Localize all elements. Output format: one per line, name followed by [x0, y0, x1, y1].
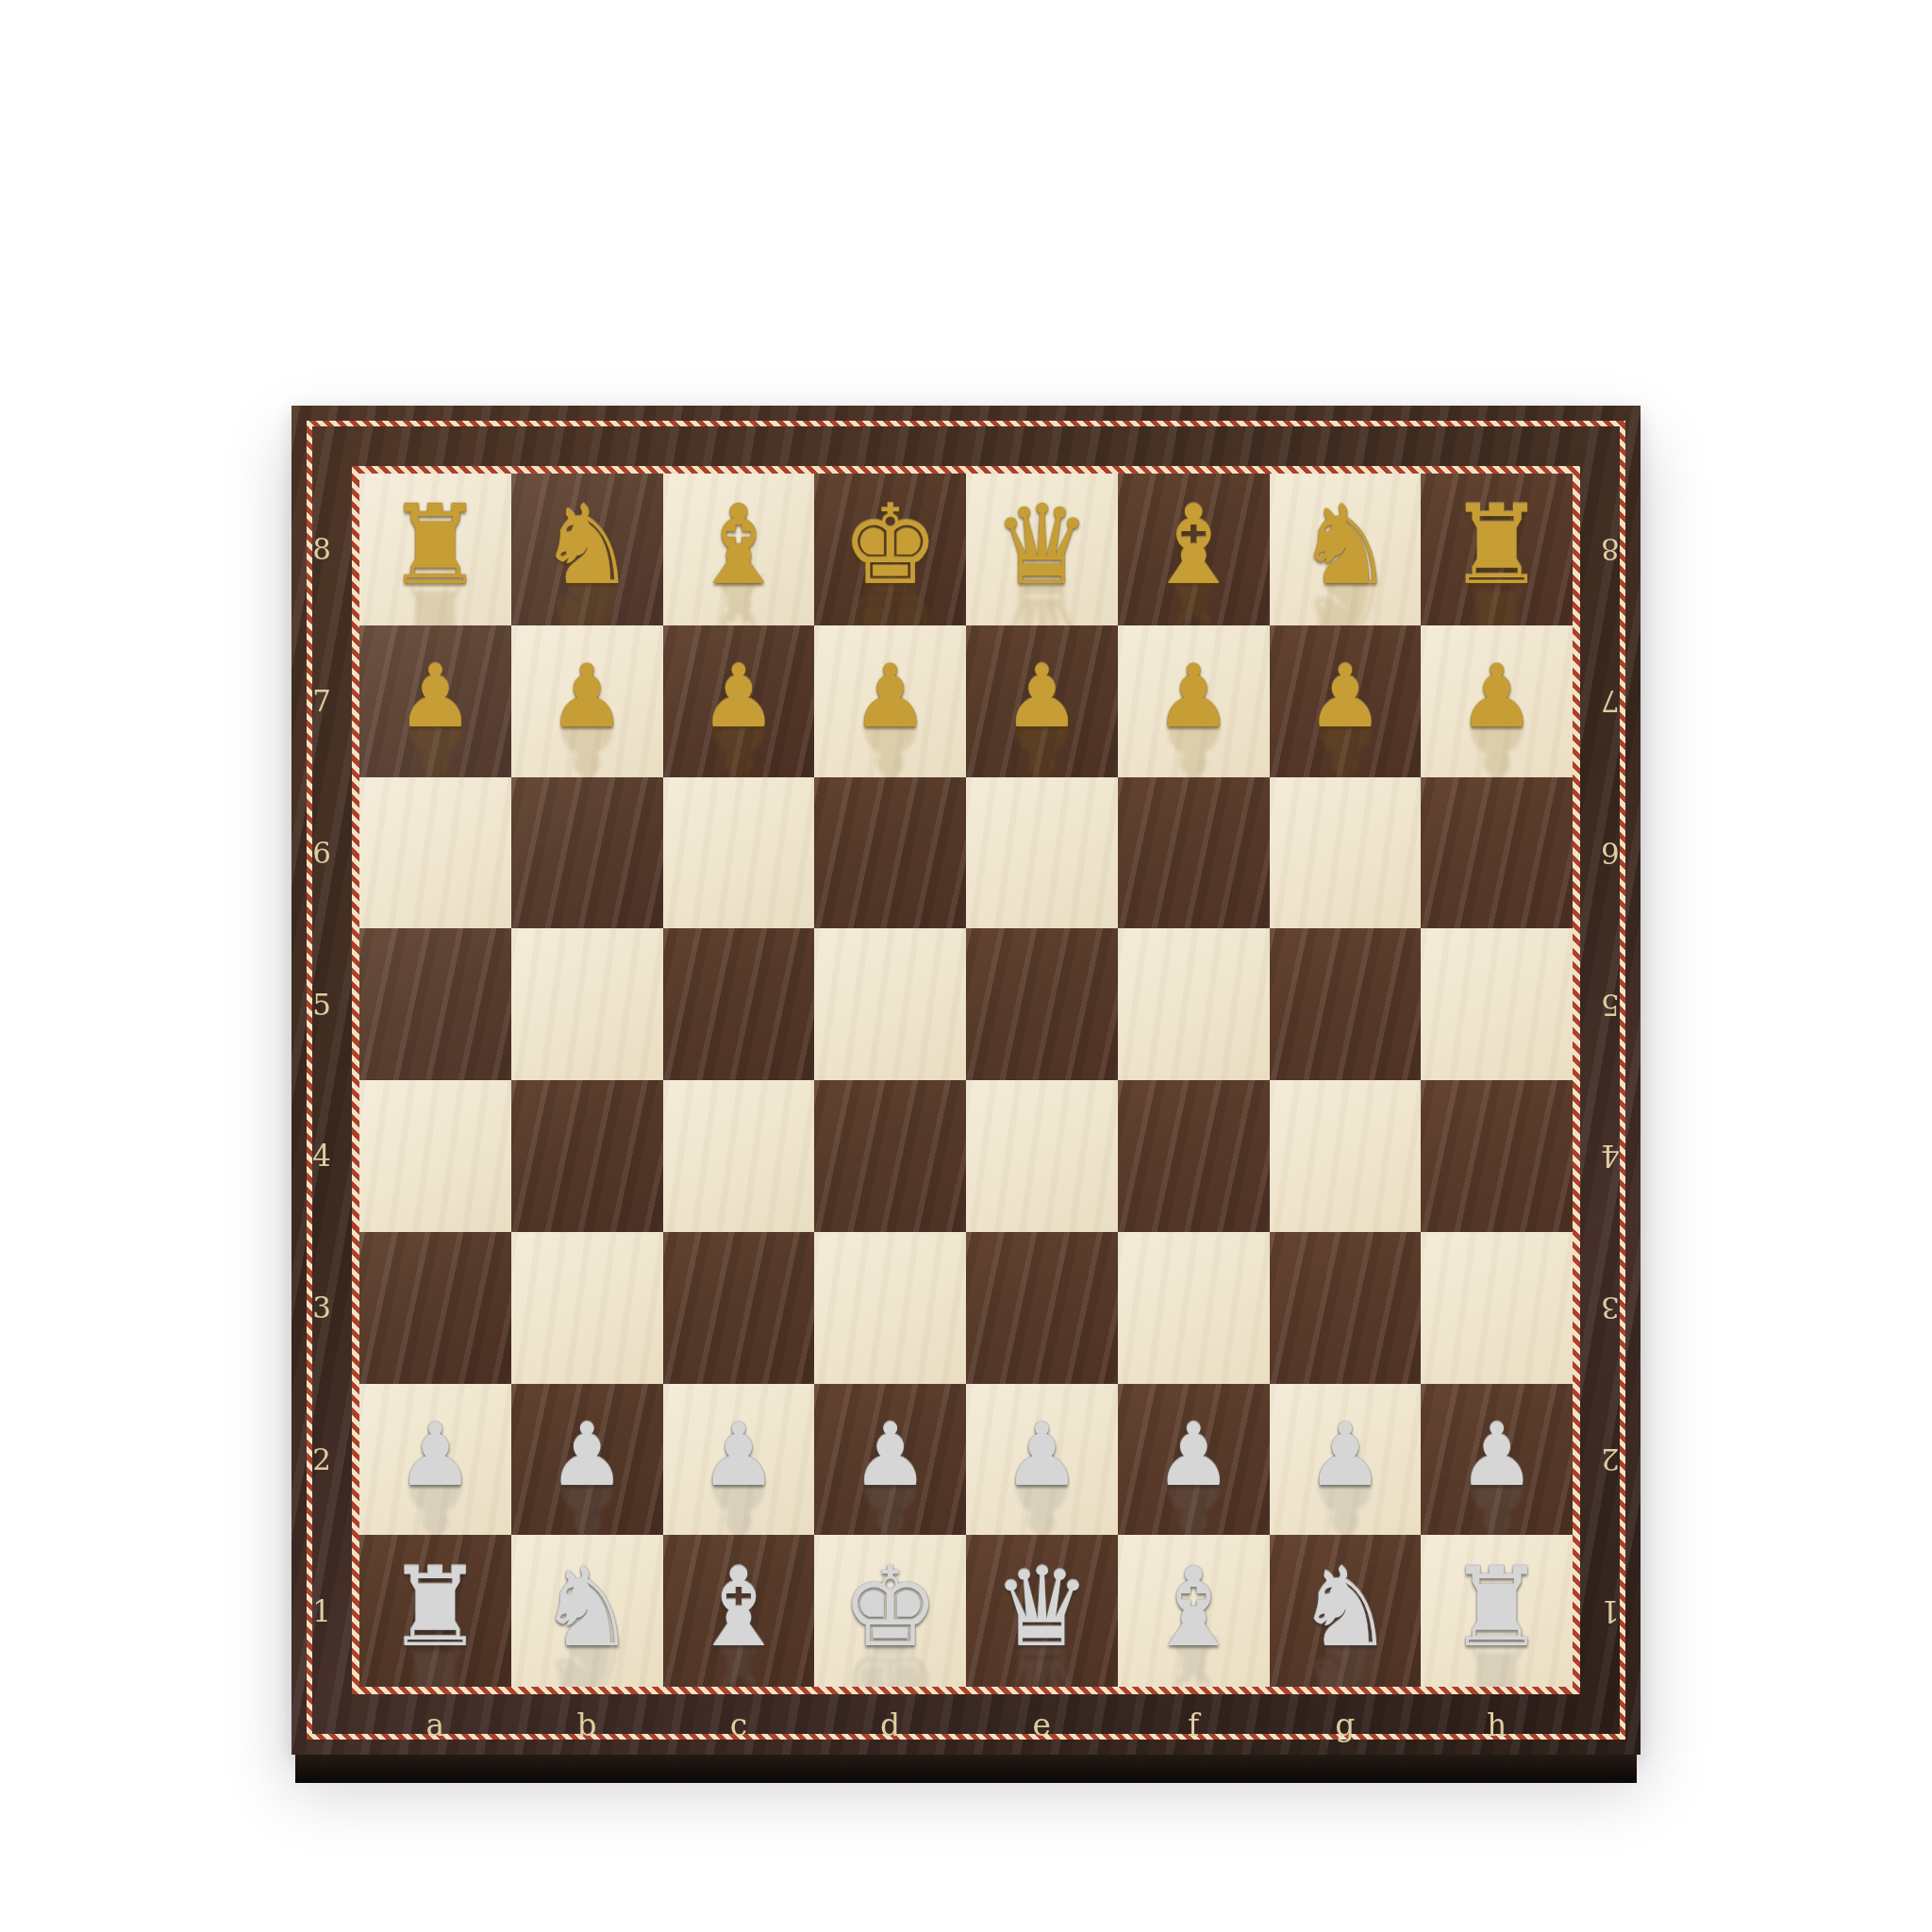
file-label-c: c — [663, 1694, 815, 1755]
square-f4[interactable] — [1118, 1080, 1270, 1232]
square-c3[interactable] — [663, 1232, 815, 1384]
square-b1[interactable]: ♞♞ — [511, 1535, 663, 1687]
piece-wP-a2[interactable]: ♟ — [396, 1412, 474, 1499]
rank-label-left-6: 6 — [291, 777, 352, 929]
piece-wP-h2[interactable]: ♟ — [1457, 1412, 1535, 1499]
piece-wB-c1[interactable]: ♝ — [690, 1553, 788, 1662]
piece-wP-d2[interactable]: ♟ — [851, 1412, 928, 1499]
square-d8[interactable]: ♚♚ — [814, 474, 966, 625]
piece-bP-b7[interactable]: ♟ — [548, 654, 625, 741]
rank-label-right-6: 6 — [1580, 777, 1641, 929]
piece-bB-f8[interactable]: ♝ — [1144, 491, 1242, 600]
square-d3[interactable] — [814, 1232, 966, 1384]
square-h4[interactable] — [1421, 1080, 1573, 1232]
piece-wN-g1[interactable]: ♞ — [1296, 1553, 1394, 1662]
rank-label-left-4: 4 — [291, 1080, 352, 1232]
piece-bP-c7[interactable]: ♟ — [700, 654, 777, 741]
square-a2[interactable]: ♟♟ — [359, 1384, 511, 1536]
rank-labels-right: 87654321 — [1580, 474, 1641, 1687]
square-f2[interactable]: ♟♟ — [1118, 1384, 1270, 1536]
piece-bP-f7[interactable]: ♟ — [1155, 654, 1232, 741]
square-d1[interactable]: ♚♚ — [814, 1535, 966, 1687]
square-b2[interactable]: ♟♟ — [511, 1384, 663, 1536]
square-g5[interactable] — [1270, 928, 1422, 1080]
square-a5[interactable] — [359, 928, 511, 1080]
square-c4[interactable] — [663, 1080, 815, 1232]
rank-label-left-5: 5 — [291, 928, 352, 1080]
piece-bP-a7[interactable]: ♟ — [396, 654, 474, 741]
square-d6[interactable] — [814, 777, 966, 929]
square-b6[interactable] — [511, 777, 663, 929]
square-f1[interactable]: ♝♝ — [1118, 1535, 1270, 1687]
piece-bP-h7[interactable]: ♟ — [1457, 654, 1535, 741]
rank-label-right-4: 4 — [1580, 1080, 1641, 1232]
square-f7[interactable]: ♟♟ — [1118, 625, 1270, 777]
rank-label-right-3: 3 — [1580, 1232, 1641, 1384]
square-e2[interactable]: ♟♟ — [966, 1384, 1118, 1536]
piece-wR-a1[interactable]: ♜ — [386, 1553, 484, 1662]
square-c8[interactable]: ♝♝ — [663, 474, 815, 625]
piece-wP-b2[interactable]: ♟ — [548, 1412, 625, 1499]
square-e4[interactable] — [966, 1080, 1118, 1232]
rank-label-right-1: 1 — [1580, 1535, 1641, 1687]
rank-labels-left: 87654321 — [291, 474, 352, 1687]
file-label-b: b — [511, 1694, 663, 1755]
square-f6[interactable] — [1118, 777, 1270, 929]
square-h7[interactable]: ♟♟ — [1421, 625, 1573, 777]
piece-bK-d8[interactable]: ♚ — [841, 491, 940, 600]
board-side-edge — [295, 1755, 1637, 1783]
square-a6[interactable] — [359, 777, 511, 929]
square-h6[interactable] — [1421, 777, 1573, 929]
piece-bP-g7[interactable]: ♟ — [1307, 654, 1384, 741]
rank-label-left-2: 2 — [291, 1384, 352, 1536]
playing-area: ♜♜♞♞♝♝♚♚♛♛♝♝♞♞♜♜♟♟♟♟♟♟♟♟♟♟♟♟♟♟♟♟♟♟♟♟♟♟♟♟… — [352, 466, 1580, 1694]
piece-wP-f2[interactable]: ♟ — [1155, 1412, 1232, 1499]
rank-label-left-3: 3 — [291, 1232, 352, 1384]
square-c2[interactable]: ♟♟ — [663, 1384, 815, 1536]
square-d5[interactable] — [814, 928, 966, 1080]
square-e1[interactable]: ♛♛ — [966, 1535, 1118, 1687]
square-c5[interactable] — [663, 928, 815, 1080]
square-f3[interactable] — [1118, 1232, 1270, 1384]
file-label-f: f — [1118, 1694, 1270, 1755]
board-grid: ♜♜♞♞♝♝♚♚♛♛♝♝♞♞♜♜♟♟♟♟♟♟♟♟♟♟♟♟♟♟♟♟♟♟♟♟♟♟♟♟… — [359, 474, 1573, 1687]
square-b4[interactable] — [511, 1080, 663, 1232]
square-g6[interactable] — [1270, 777, 1422, 929]
square-f8[interactable]: ♝♝ — [1118, 474, 1270, 625]
square-g2[interactable]: ♟♟ — [1270, 1384, 1422, 1536]
rank-label-left-1: 1 — [291, 1535, 352, 1687]
chess-board: 87654321 87654321 abcdefgh ♜♜♞♞♝♝♚♚♛♛♝♝♞… — [291, 406, 1641, 1755]
square-g8[interactable]: ♞♞ — [1270, 474, 1422, 625]
square-g3[interactable] — [1270, 1232, 1422, 1384]
square-a8[interactable]: ♜♜ — [359, 474, 511, 625]
piece-bN-b8[interactable]: ♞ — [538, 491, 636, 600]
square-a1[interactable]: ♜♜ — [359, 1535, 511, 1687]
piece-wR-h1[interactable]: ♜ — [1448, 1553, 1546, 1662]
square-h1[interactable]: ♜♜ — [1421, 1535, 1573, 1687]
piece-wB-f1[interactable]: ♝ — [1144, 1553, 1242, 1662]
piece-bP-e7[interactable]: ♟ — [1003, 654, 1080, 741]
rank-label-right-5: 5 — [1580, 928, 1641, 1080]
square-e6[interactable] — [966, 777, 1118, 929]
file-label-a: a — [359, 1694, 511, 1755]
square-g1[interactable]: ♞♞ — [1270, 1535, 1422, 1687]
piece-wK-d1[interactable]: ♚ — [841, 1553, 940, 1662]
piece-bP-d7[interactable]: ♟ — [851, 654, 928, 741]
square-h3[interactable] — [1421, 1232, 1573, 1384]
square-g4[interactable] — [1270, 1080, 1422, 1232]
rank-label-right-2: 2 — [1580, 1384, 1641, 1536]
piece-wN-b1[interactable]: ♞ — [538, 1553, 636, 1662]
piece-bR-a8[interactable]: ♜ — [386, 491, 484, 600]
square-c1[interactable]: ♝♝ — [663, 1535, 815, 1687]
rank-label-left-8: 8 — [291, 474, 352, 625]
square-d7[interactable]: ♟♟ — [814, 625, 966, 777]
file-label-e: e — [966, 1694, 1118, 1755]
square-b3[interactable] — [511, 1232, 663, 1384]
square-c6[interactable] — [663, 777, 815, 929]
square-e7[interactable]: ♟♟ — [966, 625, 1118, 777]
piece-wP-e2[interactable]: ♟ — [1003, 1412, 1080, 1499]
rank-label-right-7: 7 — [1580, 625, 1641, 777]
file-label-d: d — [814, 1694, 966, 1755]
piece-wP-g2[interactable]: ♟ — [1307, 1412, 1384, 1499]
square-a4[interactable] — [359, 1080, 511, 1232]
square-e8[interactable]: ♛♛ — [966, 474, 1118, 625]
square-f5[interactable] — [1118, 928, 1270, 1080]
product-photo-scene: 87654321 87654321 abcdefgh ♜♜♞♞♝♝♚♚♛♛♝♝♞… — [0, 0, 1932, 1932]
square-g7[interactable]: ♟♟ — [1270, 625, 1422, 777]
rank-label-right-8: 8 — [1580, 474, 1641, 625]
square-h5[interactable] — [1421, 928, 1573, 1080]
piece-wP-c2[interactable]: ♟ — [700, 1412, 777, 1499]
square-a7[interactable]: ♟♟ — [359, 625, 511, 777]
piece-wQ-e1[interactable]: ♛ — [992, 1553, 1091, 1662]
square-h2[interactable]: ♟♟ — [1421, 1384, 1573, 1536]
square-c7[interactable]: ♟♟ — [663, 625, 815, 777]
piece-bR-h8[interactable]: ♜ — [1448, 491, 1546, 600]
square-e3[interactable] — [966, 1232, 1118, 1384]
file-labels-bottom: abcdefgh — [359, 1694, 1573, 1755]
piece-bN-g8[interactable]: ♞ — [1296, 491, 1394, 600]
square-a3[interactable] — [359, 1232, 511, 1384]
square-b5[interactable] — [511, 928, 663, 1080]
piece-bQ-e8[interactable]: ♛ — [992, 491, 1091, 600]
square-d4[interactable] — [814, 1080, 966, 1232]
rank-label-left-7: 7 — [291, 625, 352, 777]
square-d2[interactable]: ♟♟ — [814, 1384, 966, 1536]
file-label-g: g — [1270, 1694, 1422, 1755]
square-h8[interactable]: ♜♜ — [1421, 474, 1573, 625]
square-b8[interactable]: ♞♞ — [511, 474, 663, 625]
file-label-h: h — [1421, 1694, 1573, 1755]
square-b7[interactable]: ♟♟ — [511, 625, 663, 777]
piece-bB-c8[interactable]: ♝ — [690, 491, 788, 600]
square-e5[interactable] — [966, 928, 1118, 1080]
